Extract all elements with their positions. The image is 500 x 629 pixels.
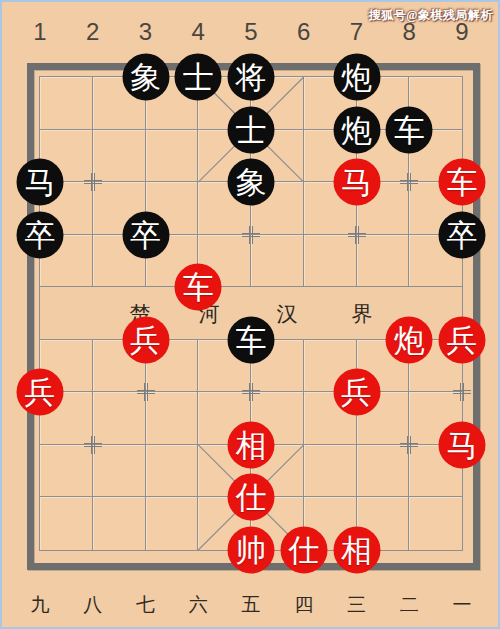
piece-red-soldier[interactable]: 兵 [439, 316, 486, 363]
piece-black-soldier[interactable]: 卒 [439, 211, 486, 258]
board-cell [93, 497, 146, 550]
piece-red-soldier[interactable]: 兵 [122, 316, 169, 363]
point-marker [348, 226, 366, 244]
board-cell [304, 445, 357, 498]
piece-red-elephant[interactable]: 相 [228, 421, 275, 468]
watermark: 搜狐号@象棋残局解析 [369, 7, 493, 24]
file-label-top-5: 5 [244, 18, 257, 46]
file-label-top-3: 3 [139, 18, 152, 46]
file-label-top-1: 1 [33, 18, 46, 46]
piece-red-general[interactable]: 帅 [228, 527, 275, 574]
piece-red-soldier[interactable]: 兵 [333, 369, 380, 416]
piece-black-soldier[interactable]: 卒 [122, 211, 169, 258]
piece-red-elephant[interactable]: 相 [333, 527, 380, 574]
board-cell [40, 497, 93, 550]
point-marker [137, 383, 155, 401]
piece-black-advisor[interactable]: 士 [228, 106, 275, 153]
piece-red-soldier[interactable]: 兵 [17, 369, 64, 416]
point-marker [453, 383, 471, 401]
file-label-bottom-8: 二 [400, 592, 419, 618]
piece-red-horse[interactable]: 马 [439, 421, 486, 468]
piece-red-cannon[interactable]: 炮 [386, 316, 433, 363]
point-marker [400, 173, 418, 191]
xiangqi-board-screenshot: 搜狐号@象棋残局解析 123456789 九八七六五四三二一 楚河汉界 象士将炮… [0, 0, 500, 629]
file-label-top-2: 2 [86, 18, 99, 46]
board-cell [40, 77, 93, 130]
piece-black-advisor[interactable]: 士 [175, 54, 222, 101]
piece-black-cannon[interactable]: 炮 [333, 106, 380, 153]
file-label-bottom-9: 一 [453, 592, 472, 618]
piece-black-cannon[interactable]: 炮 [333, 54, 380, 101]
file-label-bottom-7: 三 [347, 592, 366, 618]
file-label-bottom-5: 五 [242, 592, 261, 618]
board-cell [40, 287, 93, 340]
piece-black-elephant[interactable]: 象 [228, 159, 275, 206]
board-cell [146, 497, 199, 550]
piece-red-chariot[interactable]: 车 [175, 264, 222, 311]
piece-red-horse[interactable]: 马 [333, 159, 380, 206]
board-cell [146, 130, 199, 183]
file-label-bottom-2: 八 [83, 592, 102, 618]
point-marker [400, 436, 418, 454]
file-label-bottom-3: 七 [136, 592, 155, 618]
file-label-top-6: 6 [297, 18, 310, 46]
point-marker [84, 436, 102, 454]
piece-black-general[interactable]: 将 [228, 54, 275, 101]
board-cell [304, 287, 357, 340]
piece-red-chariot[interactable]: 车 [439, 159, 486, 206]
piece-red-advisor[interactable]: 仕 [228, 474, 275, 521]
board-cell [146, 445, 199, 498]
file-label-top-4: 4 [192, 18, 205, 46]
board-cell [409, 497, 462, 550]
file-label-top-7: 7 [350, 18, 363, 46]
piece-red-advisor[interactable]: 仕 [280, 527, 327, 574]
file-label-bottom-6: 四 [294, 592, 313, 618]
point-marker [242, 383, 260, 401]
piece-black-elephant[interactable]: 象 [122, 54, 169, 101]
river-char-4: 界 [352, 300, 373, 328]
file-label-bottom-4: 六 [189, 592, 208, 618]
piece-black-horse[interactable]: 马 [17, 159, 64, 206]
file-label-bottom-1: 九 [31, 592, 50, 618]
point-marker [242, 226, 260, 244]
piece-black-soldier[interactable]: 卒 [17, 211, 64, 258]
piece-black-chariot[interactable]: 车 [228, 316, 275, 363]
river-char-3: 汉 [277, 300, 298, 328]
piece-black-chariot[interactable]: 车 [386, 106, 433, 153]
point-marker [84, 173, 102, 191]
